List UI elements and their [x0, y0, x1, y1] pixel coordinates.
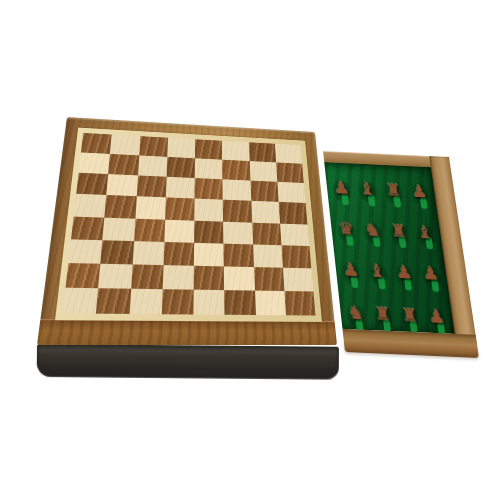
board-square[interactable] [281, 245, 311, 268]
box-base [37, 344, 339, 380]
board-square[interactable] [129, 289, 162, 315]
chess-board [63, 133, 316, 316]
board-square[interactable] [167, 138, 195, 159]
chess-box-photo: ♟♝♜♟♛♞♜♝♟♝♟♟♞♜♜♟ [0, 0, 500, 500]
board-square[interactable] [110, 135, 140, 156]
board-square[interactable] [79, 153, 110, 175]
board-square[interactable] [194, 220, 224, 243]
board-square[interactable] [162, 289, 194, 314]
board-square[interactable] [254, 267, 285, 291]
board-square[interactable] [166, 157, 195, 178]
board-square[interactable] [74, 194, 107, 217]
board-border [55, 128, 322, 322]
board-square[interactable] [195, 178, 223, 200]
board-square[interactable] [280, 223, 310, 246]
board-square[interactable] [252, 222, 281, 245]
board-square[interactable] [163, 242, 194, 266]
board-square[interactable] [101, 240, 134, 264]
board-square[interactable] [251, 201, 280, 223]
board-square[interactable] [275, 144, 302, 164]
piece-drawer[interactable]: ♟♝♜♟♛♞♜♝♟♝♟♟♞♜♜♟ [323, 151, 479, 358]
board-square[interactable] [224, 266, 255, 290]
board-square[interactable] [131, 264, 164, 289]
board-square[interactable] [255, 290, 286, 315]
board-square[interactable] [276, 163, 304, 184]
board-square[interactable] [195, 139, 222, 160]
tray-slot: ♝ [409, 211, 441, 253]
board-square[interactable] [108, 154, 138, 176]
board-square[interactable] [224, 243, 254, 267]
board-square[interactable] [278, 202, 307, 224]
board-square[interactable] [66, 263, 101, 288]
board-square[interactable] [222, 160, 250, 181]
board-square[interactable] [249, 161, 277, 182]
board-square[interactable] [224, 290, 255, 315]
board-square[interactable] [136, 176, 166, 198]
board-square[interactable] [194, 199, 223, 221]
board-square[interactable] [135, 197, 166, 220]
board-square[interactable] [68, 239, 102, 264]
board-square[interactable] [98, 263, 132, 288]
tray-piece-bishop[interactable]: ♝ [409, 211, 441, 253]
board-square[interactable] [134, 218, 165, 241]
box-lid[interactable] [37, 117, 337, 345]
board-square[interactable] [164, 219, 194, 242]
board-square[interactable] [81, 133, 112, 154]
board-square[interactable] [105, 195, 137, 218]
board-square[interactable] [194, 266, 225, 290]
board-square[interactable] [166, 177, 195, 199]
tray-slot: ♟ [404, 171, 435, 212]
board-square[interactable] [250, 181, 278, 202]
tray-piece-pawn[interactable]: ♟ [404, 171, 435, 212]
board-square[interactable] [107, 174, 138, 196]
board-square[interactable] [283, 267, 314, 291]
tray-slot: ♟ [415, 252, 447, 295]
board-square[interactable] [284, 291, 315, 316]
board-square[interactable] [138, 156, 167, 177]
board-square[interactable] [277, 182, 305, 203]
board-square[interactable] [222, 141, 249, 161]
board-square[interactable] [253, 244, 283, 267]
board-square[interactable] [165, 198, 195, 221]
board-square[interactable] [249, 142, 276, 162]
lid-front-bevel [37, 319, 337, 345]
board-square[interactable] [139, 136, 168, 157]
board-square[interactable] [132, 241, 164, 265]
board-square[interactable] [63, 288, 99, 314]
board-square[interactable] [193, 290, 224, 315]
board-square[interactable] [223, 200, 252, 222]
board-square[interactable] [223, 221, 252, 244]
board-square[interactable] [194, 242, 224, 266]
board-square[interactable] [103, 217, 135, 241]
board-square[interactable] [96, 288, 131, 314]
board-square[interactable] [76, 173, 108, 195]
board-square[interactable] [195, 158, 223, 179]
board-square[interactable] [71, 216, 105, 240]
board-square[interactable] [223, 180, 251, 202]
board-square[interactable] [162, 265, 193, 290]
tray-piece-pawn[interactable]: ♟ [415, 252, 447, 295]
